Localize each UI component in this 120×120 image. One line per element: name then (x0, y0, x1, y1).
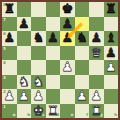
square-a3[interactable]: 3 (2, 75, 17, 90)
square-h2[interactable] (104, 89, 119, 104)
black-knight-c6[interactable]: ♞ (32, 31, 44, 46)
square-b8[interactable] (17, 2, 32, 17)
file-label-b: b (27, 113, 30, 117)
square-h1[interactable]: h (104, 104, 119, 119)
square-f6[interactable]: ♞ (75, 31, 90, 46)
square-d4[interactable] (46, 60, 61, 75)
square-f3[interactable] (75, 75, 90, 90)
square-b5[interactable] (17, 46, 32, 61)
square-c5[interactable] (31, 46, 46, 61)
square-h3[interactable] (104, 75, 119, 90)
black-knight-f6[interactable]: ♞ (76, 31, 88, 46)
square-g6[interactable]: ♟ (89, 31, 104, 46)
square-d8[interactable] (46, 2, 61, 17)
white-rook-d1[interactable]: ♜ (47, 104, 59, 119)
black-rook-h8[interactable]: ♜ (105, 2, 117, 17)
square-b7[interactable]: ♟ (17, 17, 32, 32)
white-knight-b3[interactable]: ♞ (18, 75, 30, 90)
square-a1[interactable]: 1a (2, 104, 17, 119)
square-c8[interactable] (31, 2, 46, 17)
white-queen-g5[interactable]: ♛ (90, 46, 102, 61)
square-f7[interactable] (75, 17, 90, 32)
square-f2[interactable]: ♟ (75, 89, 90, 104)
white-rook-g1[interactable]: ♜ (90, 104, 102, 119)
square-f1[interactable]: f (75, 104, 90, 119)
white-pawn-f2[interactable]: ♟ (76, 89, 88, 104)
square-e6[interactable]: ♟ (60, 31, 75, 46)
black-pawn-e7[interactable]: ♟ (61, 17, 73, 32)
white-king-c1[interactable]: ♚ (32, 104, 44, 119)
white-knight-c3[interactable]: ♞ (32, 75, 44, 90)
square-d1[interactable]: d♜ (46, 104, 61, 119)
square-h8[interactable]: ♜ (104, 2, 119, 17)
square-e5[interactable] (60, 46, 75, 61)
square-c1[interactable]: c♚ (31, 104, 46, 119)
square-g2[interactable]: ♟ (89, 89, 104, 104)
square-d6[interactable]: ♟ (46, 31, 61, 46)
white-pawn-h4[interactable]: ♟ (105, 60, 117, 75)
square-b2[interactable]: ♟ (17, 89, 32, 104)
black-pawn-h5[interactable]: ♟ (105, 46, 117, 61)
square-g5[interactable]: ♛ (89, 46, 104, 61)
rank-label-5: 5 (3, 47, 6, 51)
square-e8[interactable]: ♚ (60, 2, 75, 17)
square-g8[interactable] (89, 2, 104, 17)
square-c4[interactable] (31, 60, 46, 75)
square-f8[interactable] (75, 2, 90, 17)
square-h5[interactable]: ♟ (104, 46, 119, 61)
rank-label-3: 3 (3, 76, 6, 80)
square-c6[interactable]: ♞ (31, 31, 46, 46)
chess-board: 8♜♚♜7♟♟6♟♞♟♟♞♟♝5♛♟4♟♟3♞♞2♟♟♟♟♟1abc♚d♜efg… (0, 0, 120, 120)
square-e3[interactable] (60, 75, 75, 90)
square-f5[interactable] (75, 46, 90, 61)
square-d5[interactable] (46, 46, 61, 61)
white-pawn-b2[interactable]: ♟ (18, 89, 30, 104)
square-a7[interactable]: 7 (2, 17, 17, 32)
square-e7[interactable]: ♟ (60, 17, 75, 32)
square-g3[interactable] (89, 75, 104, 90)
rank-label-1: 1 (3, 105, 6, 109)
square-g4[interactable] (89, 60, 104, 75)
file-label-e: e (71, 113, 74, 117)
rank-label-7: 7 (3, 18, 6, 22)
black-pawn-d6[interactable]: ♟ (47, 31, 59, 46)
square-b4[interactable] (17, 60, 32, 75)
square-h6[interactable]: ♝ (104, 31, 119, 46)
black-pawn-a6[interactable]: ♟ (3, 31, 15, 46)
square-a5[interactable]: 5 (2, 46, 17, 61)
square-a2[interactable]: 2♟ (2, 89, 17, 104)
square-g7[interactable] (89, 17, 104, 32)
white-pawn-e4[interactable]: ♟ (61, 60, 73, 75)
file-label-h: h (114, 113, 117, 117)
square-h7[interactable] (104, 17, 119, 32)
black-rook-a8[interactable]: ♜ (3, 2, 15, 17)
black-king-e8[interactable]: ♚ (61, 2, 73, 17)
file-label-a: a (13, 113, 16, 117)
square-f4[interactable] (75, 60, 90, 75)
square-a8[interactable]: 8♜ (2, 2, 17, 17)
black-pawn-e6[interactable]: ♟ (61, 31, 73, 46)
black-bishop-h6[interactable]: ♝ (105, 31, 117, 46)
square-d7[interactable] (46, 17, 61, 32)
square-b1[interactable]: b (17, 104, 32, 119)
square-a6[interactable]: 6♟ (2, 31, 17, 46)
rank-label-4: 4 (3, 61, 6, 65)
board-grid: 8♜♚♜7♟♟6♟♞♟♟♞♟♝5♛♟4♟♟3♞♞2♟♟♟♟♟1abc♚d♜efg… (2, 2, 118, 118)
square-d3[interactable] (46, 75, 61, 90)
file-label-f: f (86, 113, 88, 117)
square-e4[interactable]: ♟ (60, 60, 75, 75)
square-b3[interactable]: ♞ (17, 75, 32, 90)
white-pawn-a2[interactable]: ♟ (3, 89, 15, 104)
square-d2[interactable] (46, 89, 61, 104)
square-b6[interactable] (17, 31, 32, 46)
square-c3[interactable]: ♞ (31, 75, 46, 90)
white-pawn-g2[interactable]: ♟ (90, 89, 102, 104)
square-e2[interactable] (60, 89, 75, 104)
black-pawn-b7[interactable]: ♟ (18, 17, 30, 32)
square-h4[interactable]: ♟ (104, 60, 119, 75)
square-a4[interactable]: 4 (2, 60, 17, 75)
square-c2[interactable]: ♟ (31, 89, 46, 104)
white-pawn-c2[interactable]: ♟ (32, 89, 44, 104)
black-pawn-g6[interactable]: ♟ (90, 31, 102, 46)
square-e1[interactable]: e (60, 104, 75, 119)
square-g1[interactable]: g♜ (89, 104, 104, 119)
square-c7[interactable] (31, 17, 46, 32)
